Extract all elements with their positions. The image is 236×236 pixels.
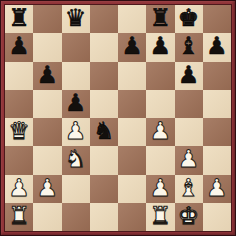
square-f5[interactable] bbox=[146, 90, 174, 118]
square-h1[interactable] bbox=[203, 203, 231, 231]
square-g3[interactable]: ♟ bbox=[175, 146, 203, 174]
board-frame: ♜♛♜♚♟♟♟♝♟♟♟♟♛♟♞♟♞♟♟♟♟♝♟♜♜♚ bbox=[0, 0, 236, 236]
white-pawn-icon[interactable]: ♟ bbox=[65, 119, 87, 143]
black-rook-icon[interactable]: ♜ bbox=[150, 6, 172, 30]
square-e1[interactable] bbox=[118, 203, 146, 231]
square-d8[interactable] bbox=[90, 5, 118, 33]
square-g2[interactable]: ♝ bbox=[175, 175, 203, 203]
chess-board: ♜♛♜♚♟♟♟♝♟♟♟♟♛♟♞♟♞♟♟♟♟♝♟♜♜♚ bbox=[5, 5, 231, 231]
square-e3[interactable] bbox=[118, 146, 146, 174]
square-a5[interactable] bbox=[5, 90, 33, 118]
white-pawn-icon[interactable]: ♟ bbox=[150, 119, 172, 143]
square-a1[interactable]: ♜ bbox=[5, 203, 33, 231]
square-b3[interactable] bbox=[33, 146, 61, 174]
black-pawn-icon[interactable]: ♟ bbox=[8, 34, 30, 58]
square-d1[interactable] bbox=[90, 203, 118, 231]
square-b2[interactable]: ♟ bbox=[33, 175, 61, 203]
square-f1[interactable]: ♜ bbox=[146, 203, 174, 231]
black-pawn-icon[interactable]: ♟ bbox=[206, 34, 228, 58]
black-king-icon[interactable]: ♚ bbox=[178, 6, 200, 30]
square-a4[interactable]: ♛ bbox=[5, 118, 33, 146]
square-a3[interactable] bbox=[5, 146, 33, 174]
square-f3[interactable] bbox=[146, 146, 174, 174]
white-pawn-icon[interactable]: ♟ bbox=[206, 176, 228, 200]
black-knight-icon[interactable]: ♞ bbox=[93, 119, 115, 143]
square-e2[interactable] bbox=[118, 175, 146, 203]
white-pawn-icon[interactable]: ♟ bbox=[150, 176, 172, 200]
square-h2[interactable]: ♟ bbox=[203, 175, 231, 203]
square-d6[interactable] bbox=[90, 62, 118, 90]
square-c2[interactable] bbox=[62, 175, 90, 203]
square-f2[interactable]: ♟ bbox=[146, 175, 174, 203]
white-bishop-icon[interactable]: ♝ bbox=[178, 176, 200, 200]
square-c4[interactable]: ♟ bbox=[62, 118, 90, 146]
square-f6[interactable] bbox=[146, 62, 174, 90]
square-e4[interactable] bbox=[118, 118, 146, 146]
white-pawn-icon[interactable]: ♟ bbox=[178, 147, 200, 171]
square-g6[interactable]: ♟ bbox=[175, 62, 203, 90]
square-c7[interactable] bbox=[62, 33, 90, 61]
square-c5[interactable]: ♟ bbox=[62, 90, 90, 118]
square-d7[interactable] bbox=[90, 33, 118, 61]
square-c6[interactable] bbox=[62, 62, 90, 90]
black-queen-icon[interactable]: ♛ bbox=[65, 6, 87, 30]
square-g5[interactable] bbox=[175, 90, 203, 118]
square-d3[interactable] bbox=[90, 146, 118, 174]
white-queen-icon[interactable]: ♛ bbox=[8, 119, 30, 143]
square-b4[interactable] bbox=[33, 118, 61, 146]
square-g7[interactable]: ♝ bbox=[175, 33, 203, 61]
square-g8[interactable]: ♚ bbox=[175, 5, 203, 33]
black-pawn-icon[interactable]: ♟ bbox=[178, 63, 200, 87]
black-pawn-icon[interactable]: ♟ bbox=[65, 91, 87, 115]
square-h5[interactable] bbox=[203, 90, 231, 118]
white-king-icon[interactable]: ♚ bbox=[178, 204, 200, 228]
white-pawn-icon[interactable]: ♟ bbox=[37, 176, 59, 200]
square-e8[interactable] bbox=[118, 5, 146, 33]
square-d4[interactable]: ♞ bbox=[90, 118, 118, 146]
square-e6[interactable] bbox=[118, 62, 146, 90]
square-d2[interactable] bbox=[90, 175, 118, 203]
black-rook-icon[interactable]: ♜ bbox=[8, 6, 30, 30]
square-a6[interactable] bbox=[5, 62, 33, 90]
square-h8[interactable] bbox=[203, 5, 231, 33]
square-b6[interactable]: ♟ bbox=[33, 62, 61, 90]
black-pawn-icon[interactable]: ♟ bbox=[150, 34, 172, 58]
square-b8[interactable] bbox=[33, 5, 61, 33]
square-b5[interactable] bbox=[33, 90, 61, 118]
square-d5[interactable] bbox=[90, 90, 118, 118]
square-f7[interactable]: ♟ bbox=[146, 33, 174, 61]
square-h3[interactable] bbox=[203, 146, 231, 174]
square-a2[interactable]: ♟ bbox=[5, 175, 33, 203]
square-a7[interactable]: ♟ bbox=[5, 33, 33, 61]
square-a8[interactable]: ♜ bbox=[5, 5, 33, 33]
black-bishop-icon[interactable]: ♝ bbox=[178, 34, 200, 58]
square-b7[interactable] bbox=[33, 33, 61, 61]
square-h4[interactable] bbox=[203, 118, 231, 146]
square-c8[interactable]: ♛ bbox=[62, 5, 90, 33]
square-e5[interactable] bbox=[118, 90, 146, 118]
white-rook-icon[interactable]: ♜ bbox=[150, 204, 172, 228]
square-f4[interactable]: ♟ bbox=[146, 118, 174, 146]
square-c3[interactable]: ♞ bbox=[62, 146, 90, 174]
black-pawn-icon[interactable]: ♟ bbox=[121, 34, 143, 58]
square-c1[interactable] bbox=[62, 203, 90, 231]
square-g4[interactable] bbox=[175, 118, 203, 146]
white-knight-icon[interactable]: ♞ bbox=[65, 147, 87, 171]
square-e7[interactable]: ♟ bbox=[118, 33, 146, 61]
square-f8[interactable]: ♜ bbox=[146, 5, 174, 33]
square-h7[interactable]: ♟ bbox=[203, 33, 231, 61]
square-h6[interactable] bbox=[203, 62, 231, 90]
square-b1[interactable] bbox=[33, 203, 61, 231]
square-g1[interactable]: ♚ bbox=[175, 203, 203, 231]
white-pawn-icon[interactable]: ♟ bbox=[8, 176, 30, 200]
black-pawn-icon[interactable]: ♟ bbox=[37, 63, 59, 87]
white-rook-icon[interactable]: ♜ bbox=[8, 204, 30, 228]
